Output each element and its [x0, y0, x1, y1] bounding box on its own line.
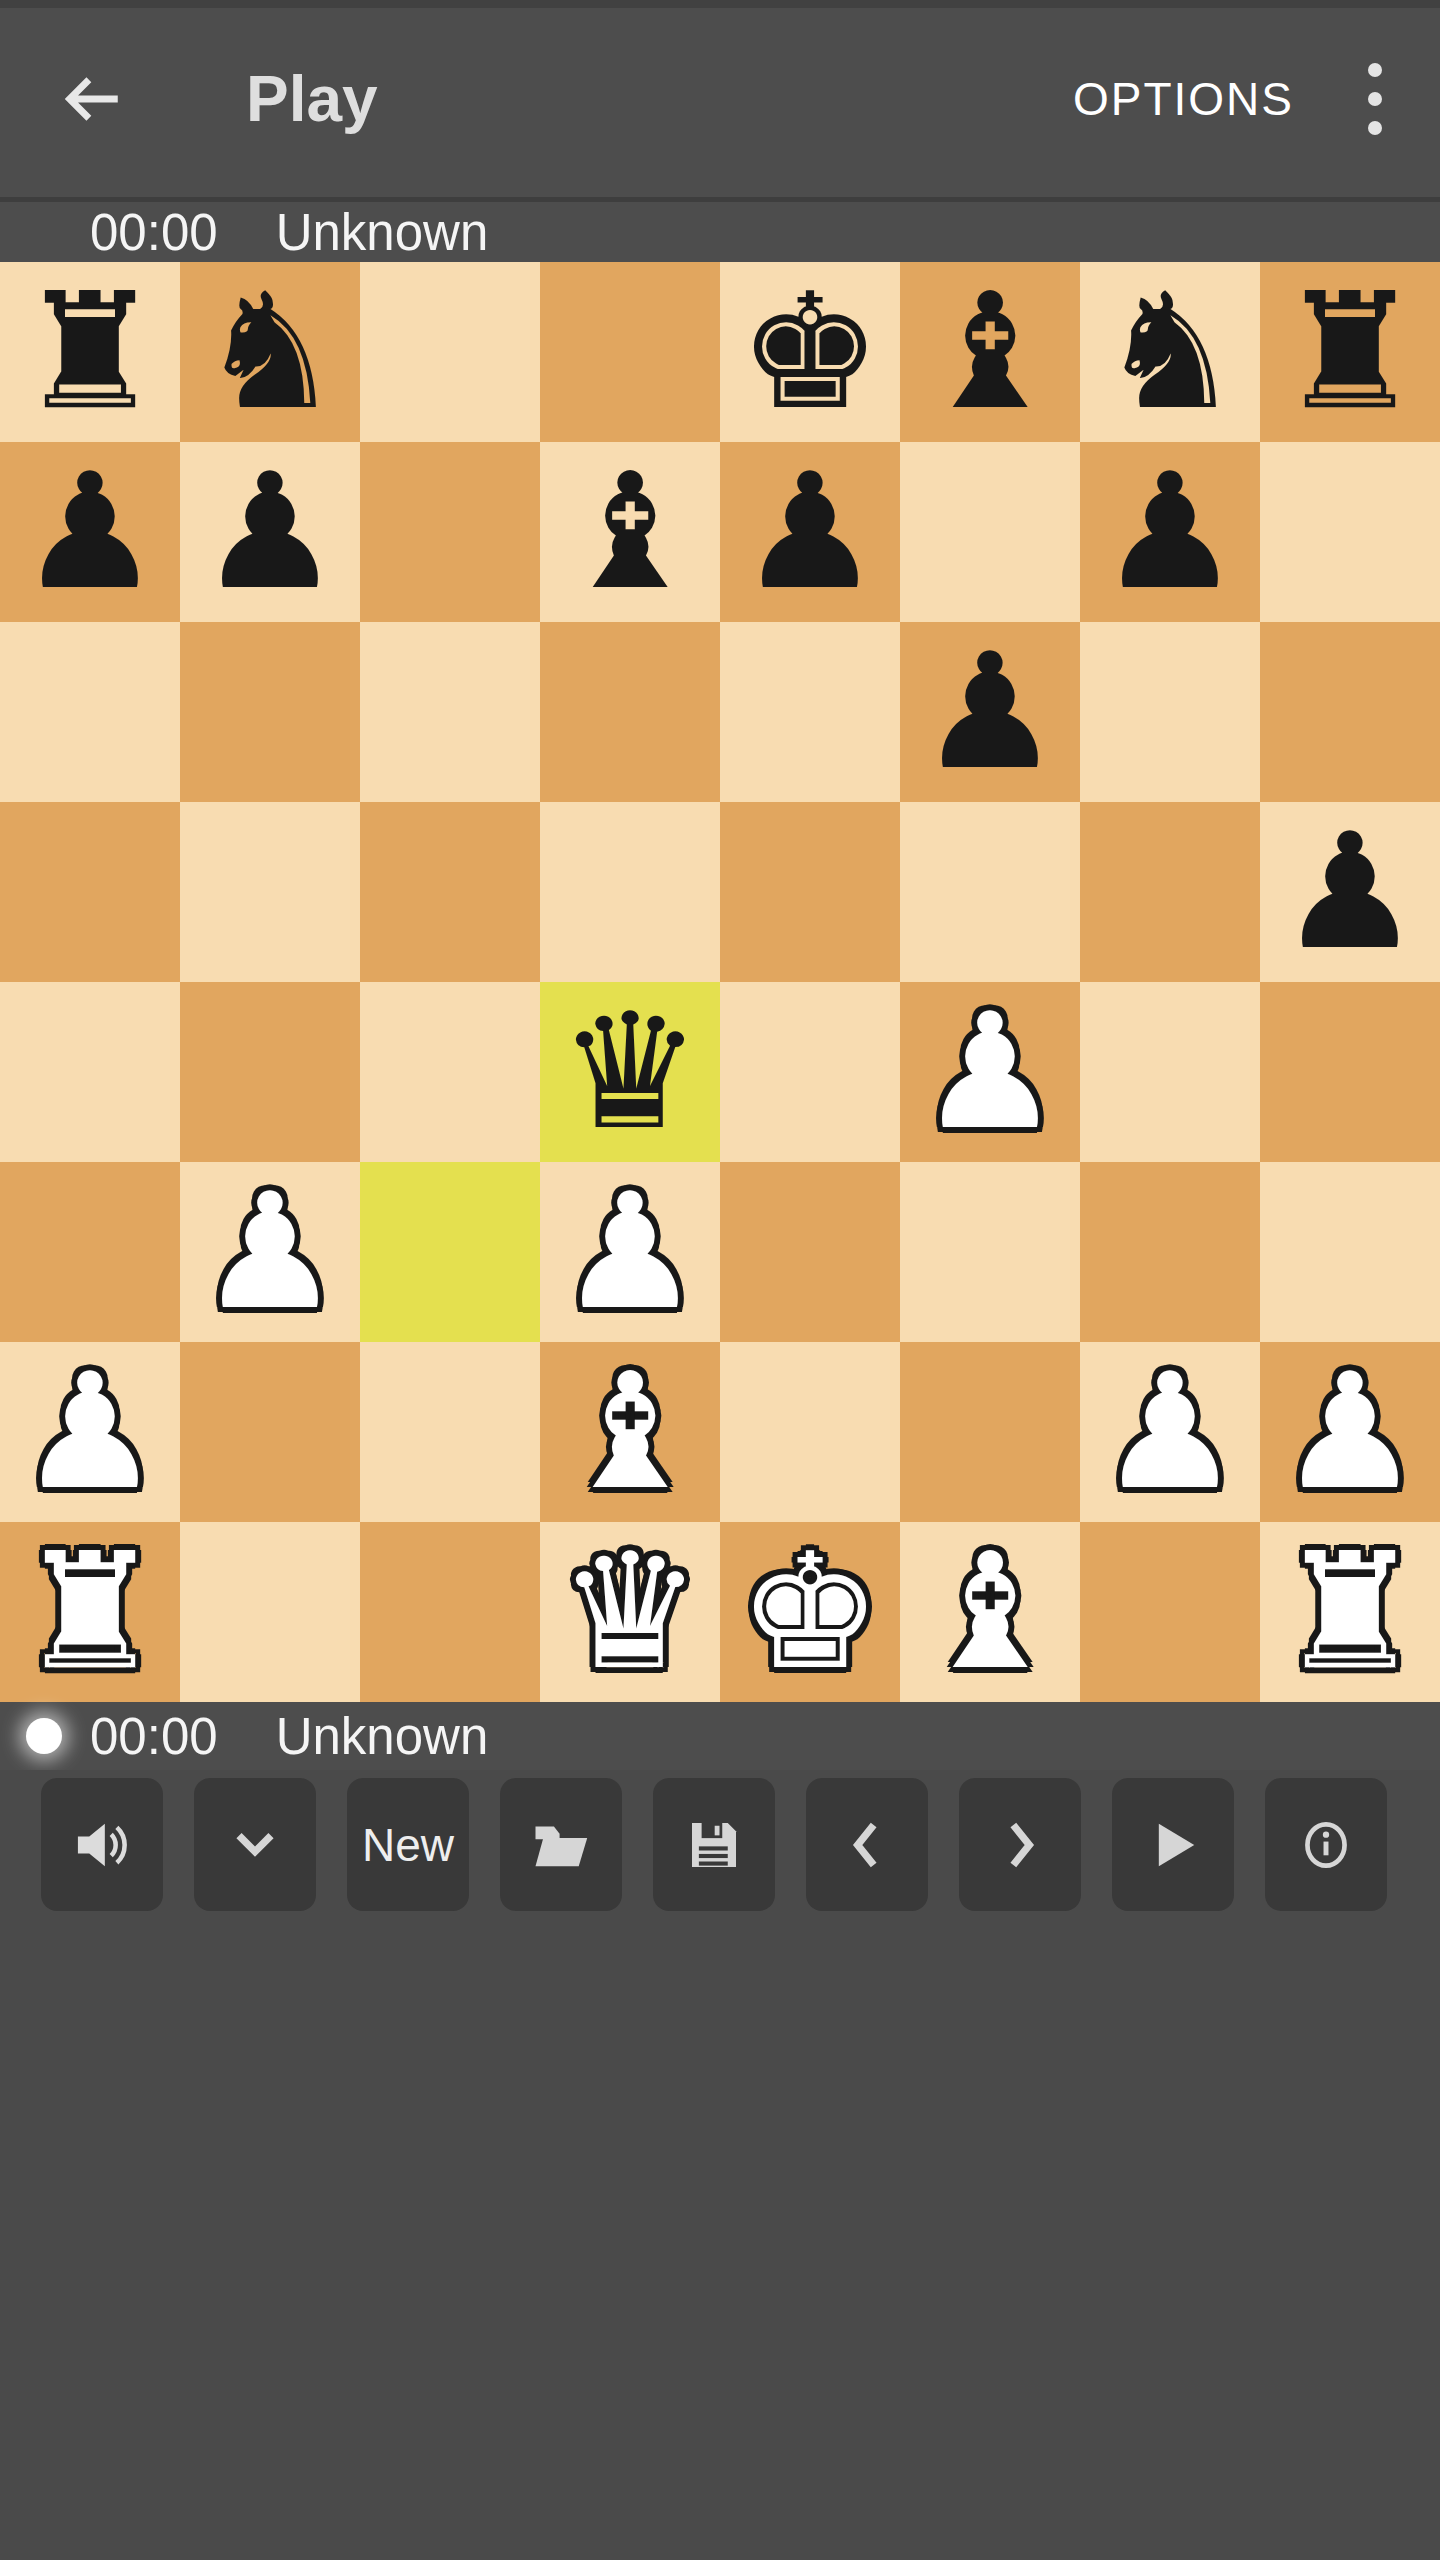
square-f7[interactable] — [900, 442, 1080, 622]
square-a3[interactable] — [0, 1162, 180, 1342]
square-d4[interactable]: ♛ — [540, 982, 720, 1162]
black-knight: ♞ — [198, 262, 341, 442]
chevron-right-icon — [988, 1813, 1052, 1877]
square-b4[interactable] — [180, 982, 360, 1162]
square-g4[interactable] — [1080, 982, 1260, 1162]
square-f1[interactable]: ♝ — [900, 1522, 1080, 1702]
square-e3[interactable] — [720, 1162, 900, 1342]
chevron-left-icon — [835, 1813, 899, 1877]
black-pawn: ♟ — [1278, 802, 1421, 982]
back-button[interactable] — [58, 64, 128, 134]
autoplay-button[interactable] — [1112, 1778, 1234, 1911]
save-floppy-icon — [681, 1812, 747, 1878]
white-queen: ♛ — [558, 1522, 701, 1702]
square-f2[interactable] — [900, 1342, 1080, 1522]
black-clock: 00:00 — [90, 203, 218, 262]
square-f5[interactable] — [900, 802, 1080, 982]
save-game-button[interactable] — [653, 1778, 775, 1911]
square-e7[interactable]: ♟ — [720, 442, 900, 622]
square-c4[interactable] — [360, 982, 540, 1162]
square-b6[interactable] — [180, 622, 360, 802]
white-pawn: ♟ — [918, 982, 1061, 1162]
white-bishop: ♝ — [558, 1342, 701, 1522]
square-b3[interactable]: ♟ — [180, 1162, 360, 1342]
square-d7[interactable]: ♝ — [540, 442, 720, 622]
black-knight: ♞ — [1098, 262, 1241, 442]
square-g7[interactable]: ♟ — [1080, 442, 1260, 622]
black-bishop: ♝ — [918, 262, 1061, 442]
white-rook: ♜ — [18, 1522, 161, 1702]
black-player-name: Unknown — [276, 203, 489, 262]
square-c6[interactable] — [360, 622, 540, 802]
white-pawn: ♟ — [1098, 1342, 1241, 1522]
square-a4[interactable] — [0, 982, 180, 1162]
chess-board: ♜♞♚♝♞♜♟♟♝♟♟♟♟♛♟♟♟♟♝♟♟♜♛♚♝♜ — [0, 262, 1440, 1702]
square-b2[interactable] — [180, 1342, 360, 1522]
square-c2[interactable] — [360, 1342, 540, 1522]
square-h8[interactable]: ♜ — [1260, 262, 1440, 442]
white-pawn: ♟ — [18, 1342, 161, 1522]
square-a5[interactable] — [0, 802, 180, 982]
square-a8[interactable]: ♜ — [0, 262, 180, 442]
overflow-menu-button[interactable] — [1368, 63, 1382, 135]
square-a2[interactable]: ♟ — [0, 1342, 180, 1522]
square-a7[interactable]: ♟ — [0, 442, 180, 622]
square-c3[interactable] — [360, 1162, 540, 1342]
speaker-icon — [68, 1811, 136, 1879]
square-d8[interactable] — [540, 262, 720, 442]
square-e6[interactable] — [720, 622, 900, 802]
black-pawn: ♟ — [738, 442, 881, 622]
black-pawn: ♟ — [18, 442, 161, 622]
arrow-back-icon — [60, 66, 126, 132]
black-king: ♚ — [738, 262, 881, 442]
square-b7[interactable]: ♟ — [180, 442, 360, 622]
square-f8[interactable]: ♝ — [900, 262, 1080, 442]
volume-button[interactable] — [41, 1778, 163, 1911]
open-game-button[interactable] — [500, 1778, 622, 1911]
square-g2[interactable]: ♟ — [1080, 1342, 1260, 1522]
square-a1[interactable]: ♜ — [0, 1522, 180, 1702]
square-d1[interactable]: ♛ — [540, 1522, 720, 1702]
open-folder-icon — [527, 1811, 595, 1879]
black-pawn: ♟ — [198, 442, 341, 622]
square-b5[interactable] — [180, 802, 360, 982]
kebab-menu-icon — [1368, 63, 1382, 77]
square-h1[interactable]: ♜ — [1260, 1522, 1440, 1702]
white-player-bar: 00:00 Unknown — [0, 1702, 1440, 1770]
next-move-button[interactable] — [959, 1778, 1081, 1911]
white-pawn: ♟ — [198, 1162, 341, 1342]
square-h7[interactable] — [1260, 442, 1440, 622]
square-d2[interactable]: ♝ — [540, 1342, 720, 1522]
white-rook: ♜ — [1278, 1522, 1421, 1702]
black-bishop: ♝ — [558, 442, 701, 622]
square-f6[interactable]: ♟ — [900, 622, 1080, 802]
square-f4[interactable]: ♟ — [900, 982, 1080, 1162]
square-g5[interactable] — [1080, 802, 1260, 982]
info-icon — [1293, 1812, 1359, 1878]
square-e2[interactable] — [720, 1342, 900, 1522]
square-a6[interactable] — [0, 622, 180, 802]
square-d6[interactable] — [540, 622, 720, 802]
black-rook: ♜ — [18, 262, 161, 442]
black-player-bar: 00:00 Unknown — [0, 202, 1440, 262]
white-pawn: ♟ — [1278, 1342, 1421, 1522]
square-c1[interactable] — [360, 1522, 540, 1702]
new-game-button[interactable]: New — [347, 1778, 469, 1911]
square-d5[interactable] — [540, 802, 720, 982]
play-icon — [1139, 1811, 1207, 1879]
square-h2[interactable]: ♟ — [1260, 1342, 1440, 1522]
page-title: Play — [246, 62, 378, 136]
white-pawn: ♟ — [558, 1162, 701, 1342]
white-clock: 00:00 — [90, 1707, 218, 1766]
square-g3[interactable] — [1080, 1162, 1260, 1342]
square-c7[interactable] — [360, 442, 540, 622]
moves-dropdown-button[interactable] — [194, 1778, 316, 1911]
square-h3[interactable] — [1260, 1162, 1440, 1342]
square-e1[interactable]: ♚ — [720, 1522, 900, 1702]
square-d3[interactable]: ♟ — [540, 1162, 720, 1342]
square-e5[interactable] — [720, 802, 900, 982]
options-button[interactable]: OPTIONS — [1073, 72, 1294, 126]
square-e4[interactable] — [720, 982, 900, 1162]
new-game-label: New — [362, 1818, 454, 1872]
empty-area — [0, 1911, 1440, 2560]
app-bar: Play OPTIONS — [0, 0, 1440, 202]
black-rook: ♜ — [1278, 262, 1421, 442]
previous-move-button[interactable] — [806, 1778, 928, 1911]
chevron-down-icon — [223, 1813, 287, 1877]
square-b8[interactable]: ♞ — [180, 262, 360, 442]
square-h4[interactable] — [1260, 982, 1440, 1162]
square-h6[interactable] — [1260, 622, 1440, 802]
square-c5[interactable] — [360, 802, 540, 982]
square-f3[interactable] — [900, 1162, 1080, 1342]
square-g1[interactable] — [1080, 1522, 1260, 1702]
square-g6[interactable] — [1080, 622, 1260, 802]
square-h5[interactable]: ♟ — [1260, 802, 1440, 982]
square-c8[interactable] — [360, 262, 540, 442]
square-b1[interactable] — [180, 1522, 360, 1702]
game-toolbar: New — [0, 1770, 1440, 1911]
white-bishop: ♝ — [918, 1522, 1061, 1702]
square-e8[interactable]: ♚ — [720, 262, 900, 442]
black-queen: ♛ — [558, 982, 701, 1162]
black-pawn: ♟ — [918, 622, 1061, 802]
black-pawn: ♟ — [1098, 442, 1241, 622]
square-g8[interactable]: ♞ — [1080, 262, 1260, 442]
info-button[interactable] — [1265, 1778, 1387, 1911]
white-king: ♚ — [738, 1522, 881, 1702]
white-player-name: Unknown — [276, 1707, 489, 1766]
turn-indicator-dot — [26, 1718, 62, 1754]
